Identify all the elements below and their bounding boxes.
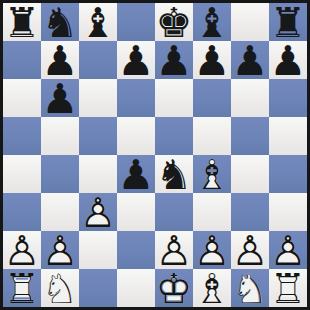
piece-black-pawn[interactable]: ♟ — [41, 41, 79, 79]
piece-black-knight[interactable]: ♞ — [41, 3, 79, 41]
square-f6[interactable] — [193, 79, 231, 117]
square-h6[interactable] — [269, 79, 307, 117]
square-g6[interactable] — [231, 79, 269, 117]
square-e4[interactable]: ♞ — [155, 155, 193, 193]
piece-white-knight[interactable]: ♞♘ — [41, 269, 79, 307]
square-c8[interactable]: ♝ — [79, 3, 117, 41]
pawn-glyph: ♟ — [118, 155, 155, 196]
square-h5[interactable] — [269, 117, 307, 155]
square-e7[interactable]: ♟ — [155, 41, 193, 79]
square-c7[interactable] — [79, 41, 117, 79]
square-c5[interactable] — [79, 117, 117, 155]
square-e5[interactable] — [155, 117, 193, 155]
square-f3[interactable] — [193, 193, 231, 231]
square-d1[interactable] — [117, 269, 155, 307]
square-g3[interactable] — [231, 193, 269, 231]
square-b3[interactable] — [41, 193, 79, 231]
square-a7[interactable] — [3, 41, 41, 79]
piece-white-knight[interactable]: ♞♘ — [231, 269, 269, 307]
bishop-outline-glyph: ♗ — [194, 155, 231, 196]
square-e8[interactable]: ♚ — [155, 3, 193, 41]
square-d2[interactable] — [117, 231, 155, 269]
square-h1[interactable]: ♜♖ — [269, 269, 307, 307]
piece-black-king[interactable]: ♚ — [155, 3, 193, 41]
rook-glyph: ♜ — [4, 3, 41, 44]
square-e1[interactable]: ♚♔ — [155, 269, 193, 307]
piece-black-pawn[interactable]: ♟ — [231, 41, 269, 79]
square-d6[interactable] — [117, 79, 155, 117]
chess-board-frame: ♜♞♝♚♝♜♟♟♟♟♟♟♟♟♞♝♗♟♙♟♙♟♙♟♙♟♙♟♙♟♙♜♖♞♘♚♔♝♗♞… — [0, 0, 310, 310]
square-c3[interactable]: ♟♙ — [79, 193, 117, 231]
square-h7[interactable]: ♟ — [269, 41, 307, 79]
knight-outline-glyph: ♘ — [232, 269, 269, 310]
square-g5[interactable] — [231, 117, 269, 155]
piece-black-pawn[interactable]: ♟ — [269, 41, 307, 79]
pawn-glyph: ♟ — [232, 41, 269, 82]
piece-white-pawn[interactable]: ♟♙ — [269, 231, 307, 269]
piece-black-rook[interactable]: ♜ — [3, 3, 41, 41]
square-e6[interactable] — [155, 79, 193, 117]
square-c6[interactable] — [79, 79, 117, 117]
square-g4[interactable] — [231, 155, 269, 193]
square-f7[interactable]: ♟ — [193, 41, 231, 79]
piece-white-pawn[interactable]: ♟♙ — [41, 231, 79, 269]
square-a2[interactable]: ♟♙ — [3, 231, 41, 269]
piece-white-pawn[interactable]: ♟♙ — [155, 231, 193, 269]
square-g8[interactable] — [231, 3, 269, 41]
square-a8[interactable]: ♜ — [3, 3, 41, 41]
knight-outline-glyph: ♘ — [42, 269, 79, 310]
chess-board: ♜♞♝♚♝♜♟♟♟♟♟♟♟♟♞♝♗♟♙♟♙♟♙♟♙♟♙♟♙♟♙♜♖♞♘♚♔♝♗♞… — [3, 3, 307, 307]
rook-outline-glyph: ♖ — [4, 269, 41, 310]
piece-white-bishop[interactable]: ♝♗ — [193, 155, 231, 193]
bishop-glyph: ♝ — [80, 3, 117, 44]
square-b8[interactable]: ♞ — [41, 3, 79, 41]
square-g2[interactable]: ♟♙ — [231, 231, 269, 269]
square-a3[interactable] — [3, 193, 41, 231]
square-h8[interactable]: ♜ — [269, 3, 307, 41]
square-e3[interactable] — [155, 193, 193, 231]
square-b5[interactable] — [41, 117, 79, 155]
square-d8[interactable] — [117, 3, 155, 41]
piece-black-knight[interactable]: ♞ — [155, 155, 193, 193]
piece-white-rook[interactable]: ♜♖ — [269, 269, 307, 307]
square-h4[interactable] — [269, 155, 307, 193]
pawn-outline-glyph: ♙ — [80, 193, 117, 234]
square-d4[interactable]: ♟ — [117, 155, 155, 193]
square-b6[interactable]: ♟ — [41, 79, 79, 117]
square-h3[interactable] — [269, 193, 307, 231]
square-a4[interactable] — [3, 155, 41, 193]
square-a1[interactable]: ♜♖ — [3, 269, 41, 307]
piece-black-pawn[interactable]: ♟ — [117, 155, 155, 193]
square-f4[interactable]: ♝♗ — [193, 155, 231, 193]
square-d5[interactable] — [117, 117, 155, 155]
square-f8[interactable]: ♝ — [193, 3, 231, 41]
piece-white-pawn[interactable]: ♟♙ — [3, 231, 41, 269]
king-outline-glyph: ♔ — [156, 269, 193, 310]
piece-black-rook[interactable]: ♜ — [269, 3, 307, 41]
square-d3[interactable] — [117, 193, 155, 231]
square-d7[interactable]: ♟ — [117, 41, 155, 79]
pawn-glyph: ♟ — [118, 41, 155, 82]
square-a5[interactable] — [3, 117, 41, 155]
piece-black-pawn[interactable]: ♟ — [155, 41, 193, 79]
square-g1[interactable]: ♞♘ — [231, 269, 269, 307]
piece-white-bishop[interactable]: ♝♗ — [193, 269, 231, 307]
pawn-glyph: ♟ — [270, 41, 307, 82]
square-c2[interactable] — [79, 231, 117, 269]
square-g7[interactable]: ♟ — [231, 41, 269, 79]
square-a6[interactable] — [3, 79, 41, 117]
pawn-glyph: ♟ — [156, 41, 193, 82]
square-b4[interactable] — [41, 155, 79, 193]
rook-outline-glyph: ♖ — [270, 269, 307, 310]
square-c4[interactable] — [79, 155, 117, 193]
pawn-glyph: ♟ — [42, 79, 79, 120]
pawn-glyph: ♟ — [194, 41, 231, 82]
bishop-outline-glyph: ♗ — [194, 269, 231, 310]
piece-white-pawn[interactable]: ♟♙ — [193, 231, 231, 269]
piece-black-bishop[interactable]: ♝ — [79, 3, 117, 41]
square-c1[interactable] — [79, 269, 117, 307]
square-b7[interactable]: ♟ — [41, 41, 79, 79]
piece-white-king[interactable]: ♚♔ — [155, 269, 193, 307]
square-b2[interactable]: ♟♙ — [41, 231, 79, 269]
piece-black-pawn[interactable]: ♟ — [117, 41, 155, 79]
piece-black-pawn[interactable]: ♟ — [41, 79, 79, 117]
knight-glyph: ♞ — [156, 155, 193, 196]
square-f2[interactable]: ♟♙ — [193, 231, 231, 269]
square-f5[interactable] — [193, 117, 231, 155]
square-f1[interactable]: ♝♗ — [193, 269, 231, 307]
square-e2[interactable]: ♟♙ — [155, 231, 193, 269]
piece-white-pawn[interactable]: ♟♙ — [231, 231, 269, 269]
piece-black-bishop[interactable]: ♝ — [193, 3, 231, 41]
piece-white-pawn[interactable]: ♟♙ — [79, 193, 117, 231]
piece-white-rook[interactable]: ♜♖ — [3, 269, 41, 307]
square-h2[interactable]: ♟♙ — [269, 231, 307, 269]
piece-black-pawn[interactable]: ♟ — [193, 41, 231, 79]
square-b1[interactable]: ♞♘ — [41, 269, 79, 307]
